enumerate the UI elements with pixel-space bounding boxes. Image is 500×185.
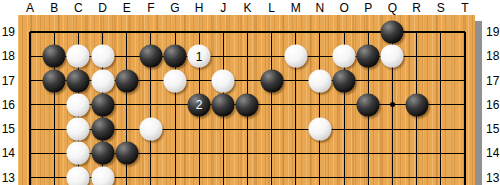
intersection-A13[interactable]	[18, 165, 42, 185]
intersection-D19[interactable]	[90, 20, 114, 44]
black-stone-R16[interactable]	[405, 93, 428, 116]
intersection-H16[interactable]: 2	[187, 93, 211, 117]
intersection-H13[interactable]	[187, 165, 211, 185]
intersection-Q14[interactable]	[380, 141, 404, 165]
intersection-J16[interactable]	[211, 93, 235, 117]
intersection-G18[interactable]	[163, 44, 187, 68]
white-stone-H18[interactable]: 1	[188, 45, 211, 68]
intersection-A18[interactable]	[18, 44, 42, 68]
intersection-G16[interactable]	[163, 93, 187, 117]
row-label-left-19: 19	[0, 20, 16, 44]
white-stone-O18[interactable]	[333, 45, 356, 68]
intersection-N18[interactable]	[308, 44, 332, 68]
intersection-D14[interactable]	[90, 141, 114, 165]
intersection-B17[interactable]	[42, 68, 66, 92]
intersection-H15[interactable]	[187, 117, 211, 141]
intersection-M18[interactable]	[284, 44, 308, 68]
intersection-M17[interactable]	[284, 68, 308, 92]
intersection-S15[interactable]	[429, 117, 453, 141]
intersection-R14[interactable]	[405, 141, 429, 165]
intersection-S14[interactable]	[429, 141, 453, 165]
intersection-C13[interactable]	[66, 165, 90, 185]
intersection-P18[interactable]	[356, 44, 380, 68]
intersection-D16[interactable]	[90, 93, 114, 117]
white-stone-C16[interactable]	[67, 93, 90, 116]
col-label-P: P	[356, 1, 380, 15]
board-grid: 12	[18, 20, 477, 185]
white-stone-M18[interactable]	[284, 45, 307, 68]
intersection-F15[interactable]	[139, 117, 163, 141]
black-stone-E14[interactable]	[115, 142, 138, 165]
col-label-Q: Q	[380, 1, 404, 15]
white-stone-C13[interactable]	[67, 166, 90, 185]
black-stone-F18[interactable]	[139, 45, 162, 68]
white-stone-C15[interactable]	[67, 118, 90, 141]
intersection-K17[interactable]	[235, 68, 259, 92]
intersection-F19[interactable]	[139, 20, 163, 44]
intersection-H18[interactable]: 1	[187, 44, 211, 68]
intersection-A15[interactable]	[18, 117, 42, 141]
intersection-K13[interactable]	[235, 165, 259, 185]
black-stone-B18[interactable]	[43, 45, 66, 68]
intersection-L13[interactable]	[260, 165, 284, 185]
intersection-H19[interactable]	[187, 20, 211, 44]
intersection-T19[interactable]	[453, 20, 477, 44]
intersection-P14[interactable]	[356, 141, 380, 165]
intersection-K18[interactable]	[235, 44, 259, 68]
black-stone-E17[interactable]	[115, 69, 138, 92]
col-label-C: C	[66, 1, 90, 15]
move-number-label: 2	[196, 99, 203, 111]
black-stone-B17[interactable]	[43, 69, 66, 92]
white-stone-N17[interactable]	[308, 69, 331, 92]
row-labels-left: 19181716151413	[0, 20, 16, 185]
col-label-G: G	[163, 1, 187, 15]
intersection-R16[interactable]	[405, 93, 429, 117]
intersection-T15[interactable]	[453, 117, 477, 141]
intersection-L16[interactable]	[260, 93, 284, 117]
column-labels: ABCDEFGHJKLMNOPQRST	[18, 0, 477, 15]
intersection-E14[interactable]	[115, 141, 139, 165]
intersection-S19[interactable]	[429, 20, 453, 44]
intersection-L15[interactable]	[260, 117, 284, 141]
intersection-P15[interactable]	[356, 117, 380, 141]
black-stone-O17[interactable]	[333, 69, 356, 92]
go-diagram: ABCDEFGHJKLMNOPQRST 12 19181716151413 19…	[0, 0, 500, 185]
intersection-P13[interactable]	[356, 165, 380, 185]
intersection-S17[interactable]	[429, 68, 453, 92]
col-label-E: E	[115, 1, 139, 15]
row-label-right-15: 15	[484, 117, 500, 141]
col-label-A: A	[18, 1, 42, 15]
intersection-T17[interactable]	[453, 68, 477, 92]
black-stone-H16[interactable]: 2	[188, 93, 211, 116]
intersection-P19[interactable]	[356, 20, 380, 44]
intersection-O15[interactable]	[332, 117, 356, 141]
intersection-R13[interactable]	[405, 165, 429, 185]
intersection-E17[interactable]	[115, 68, 139, 92]
intersection-R19[interactable]	[405, 20, 429, 44]
intersection-A19[interactable]	[18, 20, 42, 44]
intersection-J18[interactable]	[211, 44, 235, 68]
intersection-Q18[interactable]	[380, 44, 404, 68]
intersection-N15[interactable]	[308, 117, 332, 141]
white-stone-Q18[interactable]	[381, 45, 404, 68]
col-label-O: O	[332, 1, 356, 15]
intersection-G19[interactable]	[163, 20, 187, 44]
intersection-B13[interactable]	[42, 165, 66, 185]
row-label-left-18: 18	[0, 44, 16, 68]
intersection-E13[interactable]	[115, 165, 139, 185]
intersection-G15[interactable]	[163, 117, 187, 141]
intersection-K19[interactable]	[235, 20, 259, 44]
intersection-R17[interactable]	[405, 68, 429, 92]
intersection-N19[interactable]	[308, 20, 332, 44]
black-stone-P18[interactable]	[357, 45, 380, 68]
intersection-O13[interactable]	[332, 165, 356, 185]
intersection-C17[interactable]	[66, 68, 90, 92]
intersection-N16[interactable]	[308, 93, 332, 117]
intersection-O14[interactable]	[332, 141, 356, 165]
white-stone-D17[interactable]	[91, 69, 114, 92]
intersection-E19[interactable]	[115, 20, 139, 44]
white-stone-J17[interactable]	[212, 69, 235, 92]
intersection-K14[interactable]	[235, 141, 259, 165]
white-stone-F15[interactable]	[139, 118, 162, 141]
intersection-M14[interactable]	[284, 141, 308, 165]
intersection-T14[interactable]	[453, 141, 477, 165]
intersection-M19[interactable]	[284, 20, 308, 44]
intersection-A16[interactable]	[18, 93, 42, 117]
black-stone-D16[interactable]	[91, 93, 114, 116]
intersection-M16[interactable]	[284, 93, 308, 117]
intersection-P16[interactable]	[356, 93, 380, 117]
col-label-R: R	[405, 1, 429, 15]
intersection-M15[interactable]	[284, 117, 308, 141]
intersection-D13[interactable]	[90, 165, 114, 185]
black-stone-P16[interactable]	[357, 93, 380, 116]
intersection-L17[interactable]	[260, 68, 284, 92]
intersection-A17[interactable]	[18, 68, 42, 92]
intersection-O18[interactable]	[332, 44, 356, 68]
intersection-R18[interactable]	[405, 44, 429, 68]
intersection-C15[interactable]	[66, 117, 90, 141]
black-stone-L17[interactable]	[260, 69, 283, 92]
intersection-O17[interactable]	[332, 68, 356, 92]
row-labels-right: 19181716151413	[484, 20, 500, 185]
intersection-J14[interactable]	[211, 141, 235, 165]
intersection-H14[interactable]	[187, 141, 211, 165]
intersection-J15[interactable]	[211, 117, 235, 141]
intersection-T16[interactable]	[453, 93, 477, 117]
move-number-label: 1	[196, 50, 203, 62]
intersection-S18[interactable]	[429, 44, 453, 68]
col-label-B: B	[42, 1, 66, 15]
intersection-N13[interactable]	[308, 165, 332, 185]
intersection-T13[interactable]	[453, 165, 477, 185]
intersection-F18[interactable]	[139, 44, 163, 68]
col-label-M: M	[284, 1, 308, 15]
intersection-L14[interactable]	[260, 141, 284, 165]
intersection-L18[interactable]	[260, 44, 284, 68]
intersection-G13[interactable]	[163, 165, 187, 185]
intersection-E18[interactable]	[115, 44, 139, 68]
col-label-S: S	[429, 1, 453, 15]
row-label-left-17: 17	[0, 68, 16, 92]
black-stone-K16[interactable]	[236, 93, 259, 116]
intersection-Q13[interactable]	[380, 165, 404, 185]
black-stone-D14[interactable]	[91, 142, 114, 165]
col-label-D: D	[90, 1, 114, 15]
white-stone-D13[interactable]	[91, 166, 114, 185]
white-stone-G17[interactable]	[164, 69, 187, 92]
intersection-O19[interactable]	[332, 20, 356, 44]
intersection-B16[interactable]	[42, 93, 66, 117]
row-label-left-15: 15	[0, 117, 16, 141]
intersection-C14[interactable]	[66, 141, 90, 165]
intersection-R15[interactable]	[405, 117, 429, 141]
star-point-Q16	[390, 102, 395, 107]
black-stone-C17[interactable]	[67, 69, 90, 92]
row-label-right-16: 16	[484, 93, 500, 117]
intersection-F17[interactable]	[139, 68, 163, 92]
intersection-G17[interactable]	[163, 68, 187, 92]
col-label-F: F	[139, 1, 163, 15]
intersection-F16[interactable]	[139, 93, 163, 117]
black-stone-D15[interactable]	[91, 118, 114, 141]
row-label-right-14: 14	[484, 141, 500, 165]
intersection-C19[interactable]	[66, 20, 90, 44]
go-board[interactable]: 12	[18, 15, 475, 185]
intersection-B19[interactable]	[42, 20, 66, 44]
intersection-Q16[interactable]	[380, 93, 404, 117]
intersection-F13[interactable]	[139, 165, 163, 185]
row-label-left-14: 14	[0, 141, 16, 165]
intersection-D17[interactable]	[90, 68, 114, 92]
intersection-B14[interactable]	[42, 141, 66, 165]
intersection-D18[interactable]	[90, 44, 114, 68]
white-stone-C14[interactable]	[67, 142, 90, 165]
black-stone-G18[interactable]	[164, 45, 187, 68]
intersection-G14[interactable]	[163, 141, 187, 165]
col-label-J: J	[211, 1, 235, 15]
white-stone-C18[interactable]	[67, 45, 90, 68]
col-label-K: K	[235, 1, 259, 15]
intersection-C16[interactable]	[66, 93, 90, 117]
intersection-Q17[interactable]	[380, 68, 404, 92]
intersection-K15[interactable]	[235, 117, 259, 141]
row-label-left-16: 16	[0, 93, 16, 117]
intersection-J17[interactable]	[211, 68, 235, 92]
col-label-H: H	[187, 1, 211, 15]
intersection-E15[interactable]	[115, 117, 139, 141]
col-label-N: N	[308, 1, 332, 15]
intersection-L19[interactable]	[260, 20, 284, 44]
intersection-H17[interactable]	[187, 68, 211, 92]
intersection-B18[interactable]	[42, 44, 66, 68]
intersection-J13[interactable]	[211, 165, 235, 185]
intersection-K16[interactable]	[235, 93, 259, 117]
intersection-N17[interactable]	[308, 68, 332, 92]
intersection-M13[interactable]	[284, 165, 308, 185]
board-shadow	[475, 21, 482, 185]
row-label-right-13: 13	[484, 165, 500, 185]
black-stone-J16[interactable]	[212, 93, 235, 116]
black-stone-Q19[interactable]	[381, 21, 404, 44]
white-stone-D18[interactable]	[91, 45, 114, 68]
white-stone-N15[interactable]	[308, 118, 331, 141]
intersection-Q19[interactable]	[380, 20, 404, 44]
col-label-L: L	[260, 1, 284, 15]
intersection-S13[interactable]	[429, 165, 453, 185]
intersection-N14[interactable]	[308, 141, 332, 165]
intersection-T18[interactable]	[453, 44, 477, 68]
row-label-right-18: 18	[484, 44, 500, 68]
intersection-C18[interactable]	[66, 44, 90, 68]
intersection-S16[interactable]	[429, 93, 453, 117]
intersection-E16[interactable]	[115, 93, 139, 117]
row-label-right-17: 17	[484, 68, 500, 92]
intersection-F14[interactable]	[139, 141, 163, 165]
intersection-O16[interactable]	[332, 93, 356, 117]
intersection-P17[interactable]	[356, 68, 380, 92]
intersection-Q15[interactable]	[380, 117, 404, 141]
intersection-A14[interactable]	[18, 141, 42, 165]
col-label-T: T	[453, 1, 477, 15]
row-label-left-13: 13	[0, 165, 16, 185]
intersection-D15[interactable]	[90, 117, 114, 141]
intersection-J19[interactable]	[211, 20, 235, 44]
row-label-right-19: 19	[484, 20, 500, 44]
intersection-B15[interactable]	[42, 117, 66, 141]
